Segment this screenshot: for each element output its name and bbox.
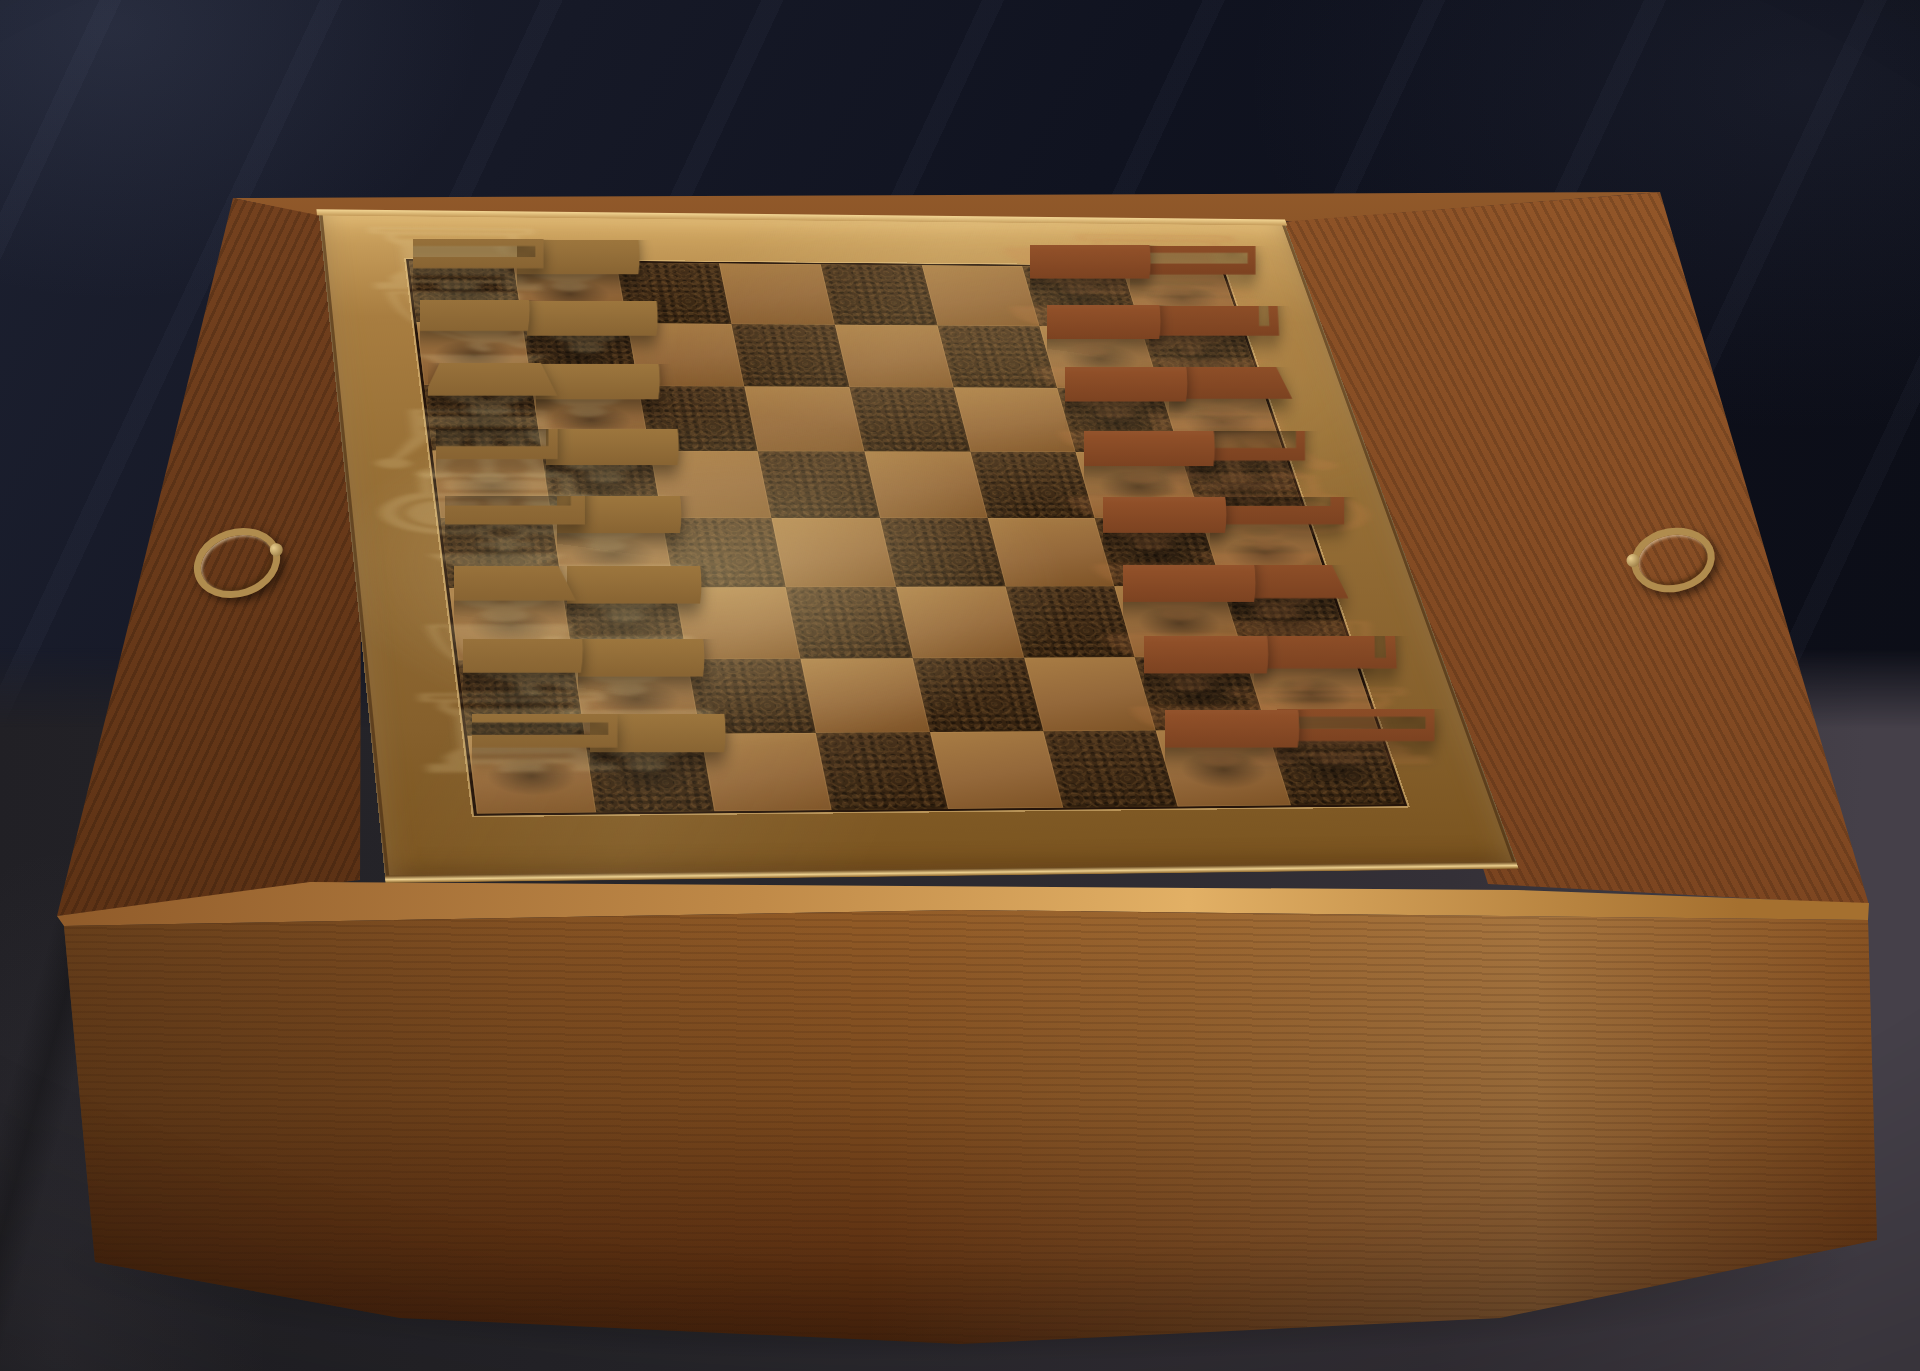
square-h5 bbox=[930, 731, 1063, 808]
square-c5 bbox=[849, 387, 970, 452]
board-perspective-scene: ♜♜♟♟♟♟♜♜♞♞♟♟♟♟♞♞♝♝♟♟♟♟♝♝♛♛♟♟♟♟♛♛♚♚♟♟♟♟♚♚… bbox=[0, 0, 1920, 1371]
square-f5 bbox=[896, 587, 1024, 659]
scene: ♜♜♟♟♟♟♜♜♞♞♟♟♟♟♞♞♝♝♟♟♟♟♝♝♛♛♟♟♟♟♛♛♚♚♟♟♟♟♚♚… bbox=[0, 0, 1920, 1371]
piece-black-pawn-h7: ♟ bbox=[1165, 710, 1281, 768]
square-b4 bbox=[731, 324, 849, 387]
square-a5 bbox=[821, 264, 938, 325]
reflection-rook: ♜ bbox=[472, 773, 605, 870]
brass-board-plate: ♜♜♟♟♟♟♜♜♞♞♟♟♟♟♞♞♝♝♟♟♟♟♝♝♛♛♟♟♟♟♛♛♚♚♟♟♟♟♚♚… bbox=[319, 211, 1519, 881]
square-e4 bbox=[771, 518, 896, 587]
reflection-pawn: ♟ bbox=[1167, 767, 1309, 861]
square-b5 bbox=[835, 325, 954, 388]
square-g5 bbox=[913, 658, 1044, 732]
piece-white-rook-h1: ♜ bbox=[472, 714, 591, 773]
square-g4 bbox=[800, 658, 930, 733]
square-h4 bbox=[816, 732, 948, 810]
square-e5 bbox=[880, 518, 1006, 587]
square-h1: ♜♜ bbox=[467, 735, 596, 814]
square-d4 bbox=[758, 451, 880, 518]
square-d5 bbox=[864, 451, 987, 518]
chess-board: ♜♜♟♟♟♟♜♜♞♞♟♟♟♟♞♞♝♝♟♟♟♟♝♝♛♛♟♟♟♟♛♛♚♚♟♟♟♟♚♚… bbox=[406, 259, 1407, 816]
reflection-rook: ♜ bbox=[1279, 766, 1422, 860]
square-f4 bbox=[786, 587, 913, 659]
square-h7: ♟♟ bbox=[1156, 730, 1291, 807]
